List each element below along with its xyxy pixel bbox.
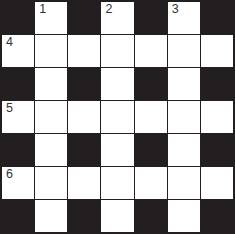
block-cell	[2, 134, 34, 166]
grid-cell[interactable]	[168, 134, 200, 166]
block-cell	[68, 200, 100, 232]
grid-cell[interactable]	[201, 35, 233, 67]
grid-cell[interactable]	[101, 101, 133, 133]
crossword-grid: 123456	[0, 0, 235, 234]
block-cell	[201, 200, 233, 232]
clue-number: 3	[172, 3, 179, 16]
grid-cell[interactable]: 1	[35, 2, 67, 34]
block-cell	[68, 134, 100, 166]
block-cell	[2, 200, 34, 232]
grid-cell[interactable]	[35, 134, 67, 166]
block-cell	[135, 68, 167, 100]
block-cell	[135, 2, 167, 34]
grid-cell[interactable]	[168, 200, 200, 232]
clue-number: 5	[6, 102, 13, 115]
block-cell	[2, 68, 34, 100]
grid-cell[interactable]	[168, 68, 200, 100]
grid-cell[interactable]	[135, 101, 167, 133]
block-cell	[201, 68, 233, 100]
grid-cell[interactable]	[35, 167, 67, 199]
grid-cell[interactable]	[35, 200, 67, 232]
grid-cell[interactable]	[135, 167, 167, 199]
block-cell	[135, 200, 167, 232]
grid-cell[interactable]	[68, 101, 100, 133]
grid-cell[interactable]	[135, 35, 167, 67]
block-cell	[68, 2, 100, 34]
grid-cell[interactable]	[168, 167, 200, 199]
grid-cell[interactable]: 3	[168, 2, 200, 34]
grid-cell[interactable]: 4	[2, 35, 34, 67]
grid-cell[interactable]	[35, 35, 67, 67]
clue-number: 6	[6, 168, 13, 181]
grid-cell[interactable]	[101, 167, 133, 199]
grid-cell[interactable]	[168, 101, 200, 133]
block-cell	[135, 134, 167, 166]
block-cell	[201, 134, 233, 166]
grid-cell[interactable]	[201, 101, 233, 133]
clue-number: 1	[39, 3, 46, 16]
grid-cell[interactable]	[68, 35, 100, 67]
grid-cell[interactable]: 2	[101, 2, 133, 34]
grid-cell[interactable]	[101, 68, 133, 100]
grid-cell[interactable]	[101, 35, 133, 67]
grid-cell[interactable]	[201, 167, 233, 199]
clue-number: 2	[105, 3, 112, 16]
block-cell	[2, 2, 34, 34]
grid-cell[interactable]: 6	[2, 167, 34, 199]
block-cell	[201, 2, 233, 34]
grid-cell[interactable]	[35, 68, 67, 100]
grid-cell[interactable]	[168, 35, 200, 67]
grid-cell[interactable]	[101, 134, 133, 166]
block-cell	[68, 68, 100, 100]
clue-number: 4	[6, 36, 13, 49]
grid-cell[interactable]	[101, 200, 133, 232]
grid-cell[interactable]	[68, 167, 100, 199]
grid-cell[interactable]: 5	[2, 101, 34, 133]
grid-cell[interactable]	[35, 101, 67, 133]
